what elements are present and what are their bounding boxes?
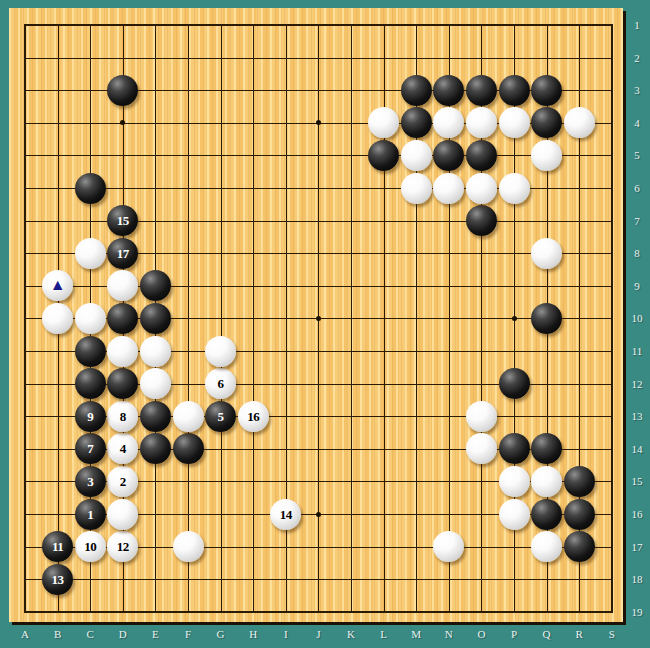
stone-P15-white — [499, 466, 530, 497]
stone-D7-black: 15 — [107, 205, 138, 236]
stone-R15-black — [564, 466, 595, 497]
stone-P16-white — [499, 499, 530, 530]
stone-F17-white — [173, 531, 204, 562]
row-label-17: 17 — [627, 540, 647, 554]
stone-P4-white — [499, 107, 530, 138]
stone-R17-black — [564, 531, 595, 562]
stone-E9-black — [140, 270, 171, 301]
col-label-B: B — [48, 628, 68, 640]
row-label-4: 4 — [627, 116, 647, 130]
stone-E12-white — [140, 368, 171, 399]
goban[interactable]: 1234567891011121314151617▲ — [9, 8, 623, 622]
stone-Q5-white — [531, 140, 562, 171]
col-label-G: G — [211, 628, 231, 640]
stone-D3-black — [107, 75, 138, 106]
stone-Q10-black — [531, 303, 562, 334]
stone-Q15-white — [531, 466, 562, 497]
move-number: 8 — [107, 401, 138, 432]
stone-C8-white — [75, 238, 106, 269]
move-number: 2 — [107, 466, 138, 497]
stone-D9-white — [107, 270, 138, 301]
stone-O3-black — [466, 75, 497, 106]
stone-C11-black — [75, 336, 106, 367]
stone-Q14-black — [531, 433, 562, 464]
col-label-D: D — [113, 628, 133, 640]
col-label-N: N — [439, 628, 459, 640]
stone-G12-white: 6 — [205, 368, 236, 399]
stone-P6-white — [499, 173, 530, 204]
column-labels: ABCDEFGHIJKLMNOPQRS — [0, 626, 650, 648]
stone-O4-white — [466, 107, 497, 138]
stone-N5-black — [433, 140, 464, 171]
triangle-marker-icon: ▲ — [42, 269, 73, 300]
row-label-10: 10 — [627, 311, 647, 325]
row-labels: 12345678910111213141516171819 — [625, 0, 650, 648]
stone-O14-white — [466, 433, 497, 464]
stone-L4-white — [368, 107, 399, 138]
col-label-L: L — [374, 628, 394, 640]
row-label-12: 12 — [627, 377, 647, 391]
stone-P12-black — [499, 368, 530, 399]
move-number: 15 — [107, 205, 138, 236]
stone-Q3-black — [531, 75, 562, 106]
col-label-M: M — [406, 628, 426, 640]
col-label-A: A — [15, 628, 35, 640]
row-label-3: 3 — [627, 83, 647, 97]
stone-D14-white: 4 — [107, 433, 138, 464]
stone-D12-black — [107, 368, 138, 399]
stone-M4-black — [401, 107, 432, 138]
stone-M5-white — [401, 140, 432, 171]
row-label-7: 7 — [627, 214, 647, 228]
col-label-K: K — [341, 628, 361, 640]
move-number: 17 — [107, 238, 138, 269]
row-label-13: 13 — [627, 409, 647, 423]
stone-Q4-black — [531, 107, 562, 138]
stone-O5-black — [466, 140, 497, 171]
move-number: 12 — [107, 531, 138, 562]
stone-I16-white: 14 — [270, 499, 301, 530]
stone-C12-black — [75, 368, 106, 399]
stone-O7-black — [466, 205, 497, 236]
stone-C13-black: 9 — [75, 401, 106, 432]
row-label-6: 6 — [627, 181, 647, 195]
stone-N6-white — [433, 173, 464, 204]
stone-L5-black — [368, 140, 399, 171]
row-label-2: 2 — [627, 51, 647, 65]
move-number: 7 — [75, 433, 106, 464]
stone-C6-black — [75, 173, 106, 204]
stone-D17-white: 12 — [107, 531, 138, 562]
stone-C17-white: 10 — [75, 531, 106, 562]
stone-C14-black: 7 — [75, 433, 106, 464]
row-label-11: 11 — [627, 344, 647, 358]
row-label-9: 9 — [627, 279, 647, 293]
stone-O6-white — [466, 173, 497, 204]
row-label-14: 14 — [627, 442, 647, 456]
col-label-H: H — [243, 628, 263, 640]
stone-R16-black — [564, 499, 595, 530]
stone-Q16-black — [531, 499, 562, 530]
stone-E10-black — [140, 303, 171, 334]
col-label-C: C — [80, 628, 100, 640]
move-number: 4 — [107, 433, 138, 464]
move-number: 5 — [205, 401, 236, 432]
move-number: 3 — [75, 466, 106, 497]
move-number: 13 — [42, 564, 73, 595]
col-label-F: F — [178, 628, 198, 640]
stones-layer: 1234567891011121314151617▲ — [9, 8, 623, 622]
stone-N3-black — [433, 75, 464, 106]
row-label-18: 18 — [627, 572, 647, 586]
stone-D11-white — [107, 336, 138, 367]
stone-D10-black — [107, 303, 138, 334]
stone-Q8-white — [531, 238, 562, 269]
col-label-I: I — [276, 628, 296, 640]
move-number: 14 — [270, 499, 301, 530]
stone-H13-white: 16 — [238, 401, 269, 432]
stone-M3-black — [401, 75, 432, 106]
move-number: 6 — [205, 368, 236, 399]
stone-F14-black — [173, 433, 204, 464]
stone-Q17-white — [531, 531, 562, 562]
stone-D15-white: 2 — [107, 466, 138, 497]
move-number: 9 — [75, 401, 106, 432]
stone-C16-black: 1 — [75, 499, 106, 530]
stone-O13-white — [466, 401, 497, 432]
stone-E11-white — [140, 336, 171, 367]
board-frame: 1234567891011121314151617▲ ABCDEFGHIJKLM… — [0, 0, 650, 648]
stone-D8-black: 17 — [107, 238, 138, 269]
move-number: 10 — [75, 531, 106, 562]
stone-C10-white — [75, 303, 106, 334]
stone-D16-white — [107, 499, 138, 530]
stone-N4-white — [433, 107, 464, 138]
row-label-16: 16 — [627, 507, 647, 521]
stone-P14-black — [499, 433, 530, 464]
stone-E14-black — [140, 433, 171, 464]
move-number: 11 — [42, 531, 73, 562]
col-label-E: E — [145, 628, 165, 640]
row-label-5: 5 — [627, 148, 647, 162]
col-label-S: S — [602, 628, 622, 640]
stone-N17-white — [433, 531, 464, 562]
col-label-O: O — [471, 628, 491, 640]
stone-M6-white — [401, 173, 432, 204]
stone-D13-white: 8 — [107, 401, 138, 432]
row-label-19: 19 — [627, 605, 647, 619]
stone-B9-white: ▲ — [42, 270, 73, 301]
stone-G13-black: 5 — [205, 401, 236, 432]
stone-B18-black: 13 — [42, 564, 73, 595]
stone-G11-white — [205, 336, 236, 367]
stone-R4-white — [564, 107, 595, 138]
stone-F13-white — [173, 401, 204, 432]
col-label-Q: Q — [537, 628, 557, 640]
row-label-15: 15 — [627, 474, 647, 488]
col-label-R: R — [569, 628, 589, 640]
stone-P3-black — [499, 75, 530, 106]
row-label-8: 8 — [627, 246, 647, 260]
row-label-1: 1 — [627, 18, 647, 32]
col-label-P: P — [504, 628, 524, 640]
stone-E13-black — [140, 401, 171, 432]
move-number: 1 — [75, 499, 106, 530]
stone-B10-white — [42, 303, 73, 334]
stone-C15-black: 3 — [75, 466, 106, 497]
stone-B17-black: 11 — [42, 531, 73, 562]
col-label-J: J — [308, 628, 328, 640]
move-number: 16 — [238, 401, 269, 432]
